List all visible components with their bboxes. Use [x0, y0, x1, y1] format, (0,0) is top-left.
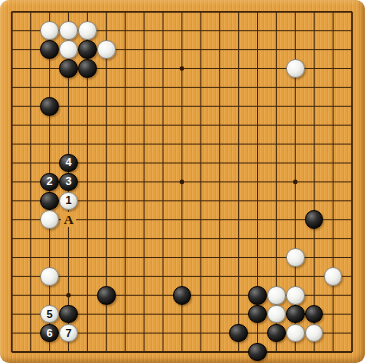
move-number-label: 5 — [47, 309, 53, 320]
white-stone[interactable] — [78, 21, 97, 40]
white-stone[interactable] — [286, 248, 305, 267]
go-board[interactable]: 4231567A — [0, 0, 365, 363]
star-point — [293, 180, 298, 185]
move-number-label: 1 — [65, 195, 71, 206]
black-stone[interactable] — [248, 343, 267, 362]
white-stone[interactable] — [97, 40, 116, 59]
black-stone[interactable] — [78, 40, 97, 59]
white-stone[interactable] — [324, 267, 343, 286]
black-stone[interactable] — [248, 305, 267, 324]
white-stone[interactable] — [40, 267, 59, 286]
white-stone[interactable] — [286, 286, 305, 305]
black-stone[interactable] — [40, 40, 59, 59]
white-stone[interactable] — [59, 40, 78, 59]
white-stone[interactable]: 7 — [59, 324, 78, 343]
black-stone[interactable] — [78, 59, 97, 78]
black-stone[interactable] — [248, 286, 267, 305]
white-stone[interactable] — [286, 324, 305, 343]
white-stone[interactable] — [59, 21, 78, 40]
white-stone[interactable] — [40, 21, 59, 40]
black-stone[interactable] — [97, 286, 116, 305]
move-number-label: 6 — [47, 328, 53, 339]
black-stone[interactable] — [229, 324, 248, 343]
white-stone[interactable]: 1 — [59, 192, 78, 211]
white-stone[interactable] — [286, 59, 305, 78]
star-point — [180, 66, 185, 71]
black-stone[interactable] — [40, 97, 59, 116]
black-stone[interactable] — [59, 305, 78, 324]
white-stone[interactable] — [267, 305, 286, 324]
white-stone[interactable] — [267, 286, 286, 305]
move-number-label: 3 — [65, 176, 71, 187]
black-stone[interactable] — [173, 286, 192, 305]
point-label-a[interactable]: A — [61, 212, 76, 227]
black-stone[interactable] — [286, 305, 305, 324]
black-stone[interactable]: 4 — [59, 154, 78, 173]
star-point — [66, 293, 71, 298]
move-number-label: 2 — [47, 176, 53, 187]
black-stone[interactable]: 6 — [40, 324, 59, 343]
black-stone[interactable] — [59, 59, 78, 78]
white-stone[interactable] — [40, 210, 59, 229]
move-number-label: 7 — [65, 328, 71, 339]
black-stone[interactable] — [40, 192, 59, 211]
black-stone[interactable]: 3 — [59, 173, 78, 192]
move-number-label: 4 — [65, 157, 71, 168]
star-point — [180, 180, 185, 185]
black-stone[interactable]: 2 — [40, 173, 59, 192]
go-diagram: 4231567A — [0, 0, 365, 363]
black-stone[interactable] — [267, 324, 286, 343]
